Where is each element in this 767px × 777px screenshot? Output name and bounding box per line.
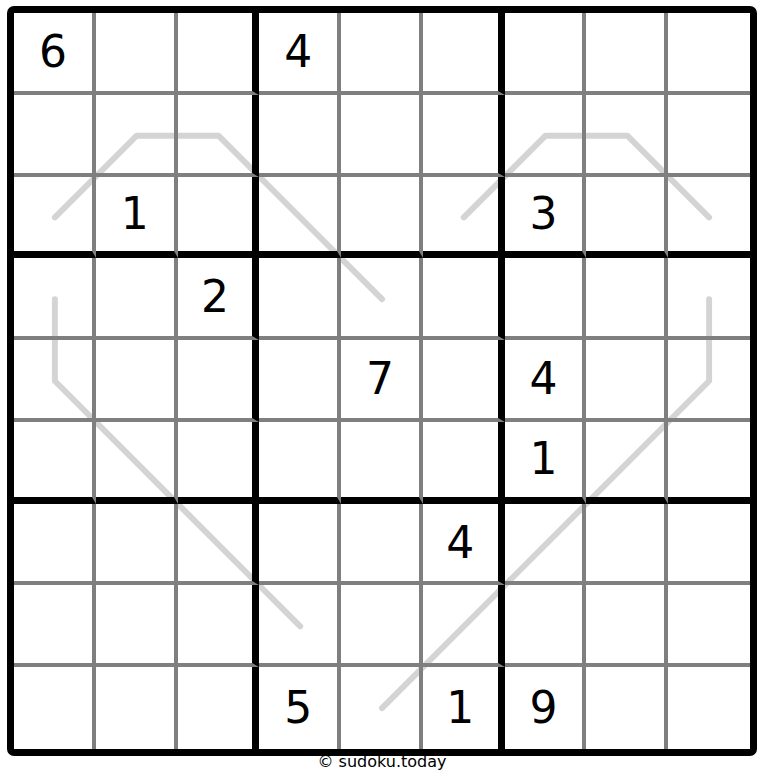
cell-r1c9[interactable]	[668, 13, 750, 95]
cell-r9c6[interactable]: 1	[423, 667, 505, 749]
cell-r8c4[interactable]	[259, 585, 341, 667]
cell-r4c8[interactable]	[586, 258, 668, 340]
cell-r4c2[interactable]	[96, 258, 178, 340]
cell-r6c7[interactable]: 1	[505, 422, 587, 504]
cell-r5c4[interactable]	[259, 340, 341, 422]
cell-r1c2[interactable]	[96, 13, 178, 95]
cell-r2c6[interactable]	[423, 95, 505, 177]
cell-r2c3[interactable]	[178, 95, 260, 177]
cell-r2c5[interactable]	[341, 95, 423, 177]
cell-r6c5[interactable]	[341, 422, 423, 504]
given-digit: 9	[530, 686, 558, 730]
cell-r6c8[interactable]	[586, 422, 668, 504]
cell-r7c9[interactable]	[668, 504, 750, 586]
given-digit: 6	[39, 30, 67, 74]
cell-r7c1[interactable]	[14, 504, 96, 586]
cell-r6c9[interactable]	[668, 422, 750, 504]
cell-r8c3[interactable]	[178, 585, 260, 667]
cell-r2c4[interactable]	[259, 95, 341, 177]
cell-r1c7[interactable]	[505, 13, 587, 95]
cell-r9c9[interactable]	[668, 667, 750, 749]
cell-r2c8[interactable]	[586, 95, 668, 177]
cell-r3c2[interactable]: 1	[96, 177, 178, 259]
cell-r9c7[interactable]: 9	[505, 667, 587, 749]
given-digit: 4	[446, 521, 474, 565]
given-digit: 1	[530, 437, 558, 481]
cell-r9c4[interactable]: 5	[259, 667, 341, 749]
sudoku-grid: 641327414519	[14, 13, 750, 749]
cell-r2c1[interactable]	[14, 95, 96, 177]
cell-r1c4[interactable]: 4	[259, 13, 341, 95]
cell-r3c8[interactable]	[586, 177, 668, 259]
cell-r6c1[interactable]	[14, 422, 96, 504]
cell-r5c3[interactable]	[178, 340, 260, 422]
cell-r9c1[interactable]	[14, 667, 96, 749]
cell-r8c7[interactable]	[505, 585, 587, 667]
given-digit: 1	[446, 686, 474, 730]
given-digit: 4	[530, 357, 558, 401]
cell-r4c1[interactable]	[14, 258, 96, 340]
cell-r4c5[interactable]	[341, 258, 423, 340]
cell-r1c1[interactable]: 6	[14, 13, 96, 95]
cell-r3c5[interactable]	[341, 177, 423, 259]
cell-r6c6[interactable]	[423, 422, 505, 504]
given-digit: 7	[366, 357, 394, 401]
cell-r8c2[interactable]	[96, 585, 178, 667]
puzzle-page: 641327414519 © sudoku.today	[0, 0, 767, 777]
cell-r4c4[interactable]	[259, 258, 341, 340]
cell-r7c7[interactable]	[505, 504, 587, 586]
cell-r4c3[interactable]: 2	[178, 258, 260, 340]
cell-r7c8[interactable]	[586, 504, 668, 586]
cell-r3c1[interactable]	[14, 177, 96, 259]
cell-r8c1[interactable]	[14, 585, 96, 667]
cell-r2c2[interactable]	[96, 95, 178, 177]
cell-r1c5[interactable]	[341, 13, 423, 95]
cell-r3c6[interactable]	[423, 177, 505, 259]
cell-r6c4[interactable]	[259, 422, 341, 504]
cell-r5c5[interactable]: 7	[341, 340, 423, 422]
cell-r9c3[interactable]	[178, 667, 260, 749]
cell-r4c9[interactable]	[668, 258, 750, 340]
cell-r9c2[interactable]	[96, 667, 178, 749]
cell-r8c9[interactable]	[668, 585, 750, 667]
cell-r4c6[interactable]	[423, 258, 505, 340]
given-digit: 3	[530, 192, 558, 236]
cell-r7c5[interactable]	[341, 504, 423, 586]
cell-r2c9[interactable]	[668, 95, 750, 177]
cell-r2c7[interactable]	[505, 95, 587, 177]
given-digit: 2	[201, 275, 229, 319]
given-digit: 4	[284, 30, 312, 74]
cell-r7c4[interactable]	[259, 504, 341, 586]
cell-r1c3[interactable]	[178, 13, 260, 95]
cell-r7c3[interactable]	[178, 504, 260, 586]
cell-r7c6[interactable]: 4	[423, 504, 505, 586]
cell-r1c6[interactable]	[423, 13, 505, 95]
cell-r8c6[interactable]	[423, 585, 505, 667]
copyright-text: © sudoku.today	[7, 752, 757, 771]
cell-r5c8[interactable]	[586, 340, 668, 422]
cell-r5c6[interactable]	[423, 340, 505, 422]
cell-r5c1[interactable]	[14, 340, 96, 422]
cell-r7c2[interactable]	[96, 504, 178, 586]
cell-r5c2[interactable]	[96, 340, 178, 422]
cell-r5c9[interactable]	[668, 340, 750, 422]
cell-r9c8[interactable]	[586, 667, 668, 749]
cell-r8c8[interactable]	[586, 585, 668, 667]
given-digit: 1	[121, 192, 149, 236]
cell-r5c7[interactable]: 4	[505, 340, 587, 422]
sudoku-board: 641327414519	[7, 6, 757, 756]
cell-r3c3[interactable]	[178, 177, 260, 259]
cell-r9c5[interactable]	[341, 667, 423, 749]
cell-r8c5[interactable]	[341, 585, 423, 667]
cell-r6c3[interactable]	[178, 422, 260, 504]
cell-r3c7[interactable]: 3	[505, 177, 587, 259]
cell-r6c2[interactable]	[96, 422, 178, 504]
cell-r3c4[interactable]	[259, 177, 341, 259]
cell-r3c9[interactable]	[668, 177, 750, 259]
cell-r4c7[interactable]	[505, 258, 587, 340]
cell-r1c8[interactable]	[586, 13, 668, 95]
given-digit: 5	[284, 686, 312, 730]
